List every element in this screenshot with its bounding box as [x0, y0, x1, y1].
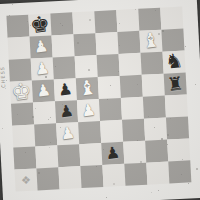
square-f5[interactable] [120, 75, 143, 98]
square-f2[interactable] [123, 141, 146, 164]
square-e1[interactable] [102, 164, 125, 187]
square-g1[interactable] [146, 162, 169, 185]
board-border-brand-text: CHESS [0, 66, 8, 88]
square-e6[interactable] [97, 54, 120, 77]
square-c8[interactable] [50, 12, 73, 35]
square-f3[interactable] [122, 119, 145, 142]
square-e2[interactable]: ♟ [101, 142, 124, 165]
square-h1[interactable] [168, 160, 191, 183]
piece-white-pawn[interactable]: ♟ [76, 97, 101, 122]
square-e5[interactable] [98, 76, 121, 99]
square-e8[interactable] [94, 10, 117, 33]
square-d8[interactable] [72, 11, 95, 34]
photo-frame: CHESS ♚♟♝♟♞♚♟♟♝♜♟♟♟♟❖ [0, 0, 200, 200]
square-a1[interactable]: ❖ [14, 168, 37, 191]
square-e7[interactable] [95, 32, 118, 55]
square-d1[interactable] [80, 165, 103, 188]
piece-white-king[interactable]: ♚ [9, 79, 34, 104]
square-h2[interactable] [167, 138, 190, 161]
square-d3[interactable] [78, 121, 101, 144]
square-g2[interactable] [145, 140, 168, 163]
square-h8[interactable] [160, 7, 183, 30]
square-a5[interactable]: ♚ [10, 81, 33, 104]
square-d7[interactable] [73, 33, 96, 56]
square-c3[interactable]: ♟ [56, 122, 79, 145]
square-b3[interactable] [34, 123, 57, 146]
square-g7[interactable]: ♝ [139, 30, 162, 53]
piece-black-pawn[interactable]: ♟ [100, 140, 125, 165]
square-c1[interactable] [58, 166, 81, 189]
square-c7[interactable] [52, 34, 75, 57]
piece-black-king[interactable]: ♚ [28, 12, 53, 37]
piece-black-pawn[interactable]: ♟ [54, 99, 79, 124]
piece-white-pawn[interactable]: ♟ [31, 78, 56, 103]
piece-white-bishop[interactable]: ♝ [75, 75, 100, 100]
square-f1[interactable] [124, 163, 147, 186]
square-d2[interactable] [79, 143, 102, 166]
chess-board: CHESS ♚♟♝♟♞♚♟♟♝♜♟♟♟♟❖ [0, 0, 200, 200]
square-a8[interactable] [6, 15, 29, 38]
square-g6[interactable] [141, 52, 164, 75]
piece-white-pawn[interactable]: ♟ [30, 56, 55, 81]
square-h5[interactable]: ♜ [164, 72, 187, 95]
square-d4[interactable]: ♟ [77, 99, 100, 122]
square-b1[interactable] [36, 167, 59, 190]
square-b4[interactable] [33, 101, 56, 124]
square-a2[interactable] [13, 146, 36, 169]
piece-white-bishop[interactable]: ♝ [139, 28, 164, 53]
square-g4[interactable] [143, 96, 166, 119]
square-h3[interactable] [166, 116, 189, 139]
square-c2[interactable] [57, 144, 80, 167]
square-f4[interactable] [121, 97, 144, 120]
square-f6[interactable] [119, 53, 142, 76]
piece-white-pawn[interactable]: ♟ [29, 34, 54, 59]
square-a7[interactable] [8, 37, 31, 60]
piece-black-knight[interactable]: ♞ [162, 49, 187, 74]
square-f7[interactable] [117, 31, 140, 54]
square-b5[interactable]: ♟ [32, 79, 55, 102]
square-h4[interactable] [165, 94, 188, 117]
square-b2[interactable] [35, 145, 58, 168]
corner-ornament: ❖ [14, 168, 37, 191]
piece-black-pawn[interactable]: ♟ [53, 77, 78, 102]
square-a4[interactable] [11, 103, 34, 126]
square-f8[interactable] [116, 9, 139, 32]
piece-black-rook[interactable]: ♜ [163, 71, 188, 96]
square-e4[interactable] [99, 98, 122, 121]
square-g5[interactable] [142, 74, 165, 97]
square-g3[interactable] [144, 118, 167, 141]
board-grid: ♚♟♝♟♞♚♟♟♝♜♟♟♟♟❖ [6, 7, 191, 192]
square-a3[interactable] [12, 124, 35, 147]
piece-white-pawn[interactable]: ♟ [55, 120, 80, 145]
